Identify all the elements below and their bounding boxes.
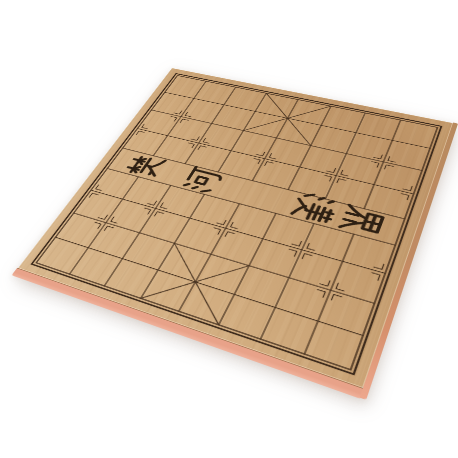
star-point-marker [136, 131, 144, 136]
star-point-marker [225, 232, 234, 239]
star-point-marker [174, 110, 182, 115]
star-point-marker [111, 217, 120, 223]
star-point-marker [142, 124, 150, 129]
star-point-marker [169, 116, 177, 121]
character-stroke [149, 171, 151, 174]
star-point-marker [388, 157, 397, 163]
rank-line [137, 129, 413, 194]
star-point-marker [217, 218, 226, 224]
star-point-marker [198, 146, 206, 151]
file-line [304, 234, 353, 354]
file-line [179, 204, 240, 312]
star-point-marker [341, 170, 350, 176]
character-stroke [292, 204, 306, 216]
palace-bottom-diagonals [141, 243, 249, 325]
star-point-marker [256, 151, 264, 156]
board-shadow-wrap [0, 0, 458, 458]
star-point-marker [385, 165, 394, 171]
star-point-marker [315, 289, 325, 297]
character-stroke [195, 176, 207, 184]
river-character [340, 205, 384, 236]
star-point-marker [336, 283, 346, 291]
file-line [252, 100, 298, 181]
star-point-marker [252, 158, 261, 163]
file-line [219, 213, 276, 324]
file-line [261, 224, 314, 339]
star-point-marker [154, 212, 163, 218]
star-point-marker [211, 228, 220, 235]
star-point-marker [374, 262, 384, 269]
xiangqi-board [18, 68, 453, 388]
character-stroke [344, 219, 356, 222]
rank-line [74, 213, 375, 303]
star-point-marker [96, 185, 105, 191]
star-point-marker [265, 162, 274, 167]
star-point-marker [269, 154, 278, 159]
star-point-marker [327, 167, 336, 173]
star-point-marker [203, 138, 211, 143]
star-point-marker [160, 203, 169, 209]
file-line [288, 106, 331, 189]
star-point-marker [337, 179, 346, 185]
star-point-marker [400, 194, 409, 200]
star-point-marker [186, 143, 194, 148]
river-character [183, 167, 223, 194]
star-point-marker [231, 222, 240, 228]
star-point-marker [185, 112, 193, 117]
star-point-marker [302, 254, 312, 261]
photo-stage [0, 0, 458, 458]
star-point-marker [374, 153, 383, 159]
star-point-marker [320, 278, 330, 286]
character-stroke [324, 218, 330, 220]
star-point-marker [331, 294, 341, 302]
file-line [325, 113, 365, 199]
star-point-marker [307, 243, 317, 250]
star-point-marker [148, 199, 157, 205]
file-line [70, 177, 139, 274]
star-point-marker [98, 213, 107, 219]
character-stroke [329, 200, 334, 203]
file-line [185, 87, 236, 164]
star-point-marker [180, 119, 188, 124]
star-point-marker [287, 249, 297, 256]
character-stroke [193, 186, 198, 189]
star-point-marker [370, 273, 380, 281]
star-point-marker [191, 135, 199, 140]
star-point-marker [323, 175, 332, 181]
star-point-marker [89, 193, 98, 199]
board-grid [18, 68, 453, 388]
character-stroke [326, 212, 332, 214]
star-point-marker [292, 239, 302, 246]
character-stroke [184, 183, 189, 186]
star-point-marker [92, 222, 101, 228]
star-point-marker [104, 226, 113, 232]
star-point-marker [370, 162, 379, 168]
character-stroke [202, 189, 211, 194]
character-stroke [305, 193, 314, 198]
star-point-marker [142, 208, 151, 214]
star-point-marker [403, 185, 412, 191]
